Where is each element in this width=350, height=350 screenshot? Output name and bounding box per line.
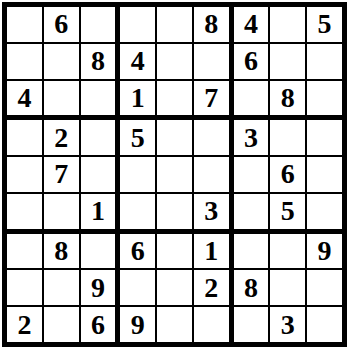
cell-r2c8[interactable] <box>270 44 305 79</box>
cell-r8c9[interactable] <box>307 270 342 305</box>
cell-r5c5[interactable] <box>157 157 192 192</box>
cell-r4c1[interactable] <box>7 120 42 155</box>
cell-r3c3[interactable] <box>81 81 116 116</box>
box-r3c3: 983 <box>234 234 342 342</box>
sudoku-board: 684841745682715336589266129983 <box>2 2 347 347</box>
cell-r5c9[interactable] <box>307 157 342 192</box>
cell-r7c3[interactable] <box>81 234 116 269</box>
cell-r1c2: 6 <box>44 7 79 42</box>
cell-r1c4[interactable] <box>120 7 155 42</box>
cell-r7c6: 1 <box>194 234 229 269</box>
cell-r9c1: 2 <box>7 307 42 342</box>
cell-r7c5[interactable] <box>157 234 192 269</box>
cell-r9c7[interactable] <box>234 307 269 342</box>
cell-r5c4[interactable] <box>120 157 155 192</box>
cell-r9c3: 6 <box>81 307 116 342</box>
cell-r5c8: 6 <box>270 157 305 192</box>
cell-r4c4: 5 <box>120 120 155 155</box>
cell-r3c9[interactable] <box>307 81 342 116</box>
cell-r6c2[interactable] <box>44 194 79 229</box>
cell-r9c6[interactable] <box>194 307 229 342</box>
cell-r8c6: 2 <box>194 270 229 305</box>
cell-r3c4: 1 <box>120 81 155 116</box>
cell-r6c8: 5 <box>270 194 305 229</box>
cell-r9c9[interactable] <box>307 307 342 342</box>
cell-r3c1: 4 <box>7 81 42 116</box>
cell-r7c2: 8 <box>44 234 79 269</box>
cell-r4c7: 3 <box>234 120 269 155</box>
cell-r2c2[interactable] <box>44 44 79 79</box>
cell-r4c5[interactable] <box>157 120 192 155</box>
cell-r5c1[interactable] <box>7 157 42 192</box>
cell-r5c6[interactable] <box>194 157 229 192</box>
cell-r2c9[interactable] <box>307 44 342 79</box>
cell-r7c1[interactable] <box>7 234 42 269</box>
cell-r7c4: 6 <box>120 234 155 269</box>
cell-r1c7: 4 <box>234 7 269 42</box>
cell-r7c8[interactable] <box>270 234 305 269</box>
cell-r3c5[interactable] <box>157 81 192 116</box>
cell-r8c5[interactable] <box>157 270 192 305</box>
cell-r8c1[interactable] <box>7 270 42 305</box>
cell-r6c5[interactable] <box>157 194 192 229</box>
cell-r2c4: 4 <box>120 44 155 79</box>
cell-r2c7: 6 <box>234 44 269 79</box>
cell-r1c5[interactable] <box>157 7 192 42</box>
cell-r6c4[interactable] <box>120 194 155 229</box>
cell-r9c5[interactable] <box>157 307 192 342</box>
cell-r1c9: 5 <box>307 7 342 42</box>
cell-r7c7[interactable] <box>234 234 269 269</box>
cell-r6c6: 3 <box>194 194 229 229</box>
cell-r6c1[interactable] <box>7 194 42 229</box>
cell-r2c6[interactable] <box>194 44 229 79</box>
cell-r6c3: 1 <box>81 194 116 229</box>
cell-r4c9[interactable] <box>307 120 342 155</box>
box-r3c2: 6129 <box>120 234 228 342</box>
cell-r7c9: 9 <box>307 234 342 269</box>
box-r2c2: 53 <box>120 120 228 228</box>
cell-r8c8[interactable] <box>270 270 305 305</box>
box-r1c2: 8417 <box>120 7 228 115</box>
cell-r8c3: 9 <box>81 270 116 305</box>
cell-r4c3[interactable] <box>81 120 116 155</box>
box-r2c3: 365 <box>234 120 342 228</box>
cell-r2c3: 8 <box>81 44 116 79</box>
cell-r4c2: 2 <box>44 120 79 155</box>
cell-r3c7[interactable] <box>234 81 269 116</box>
cell-r2c5[interactable] <box>157 44 192 79</box>
box-r1c3: 4568 <box>234 7 342 115</box>
cell-r9c8: 3 <box>270 307 305 342</box>
cell-r1c3[interactable] <box>81 7 116 42</box>
cell-r1c1[interactable] <box>7 7 42 42</box>
cell-r1c6: 8 <box>194 7 229 42</box>
cell-r3c8: 8 <box>270 81 305 116</box>
cell-r6c7[interactable] <box>234 194 269 229</box>
box-r3c1: 8926 <box>7 234 115 342</box>
box-r2c1: 271 <box>7 120 115 228</box>
cell-r5c3[interactable] <box>81 157 116 192</box>
cell-r9c4: 9 <box>120 307 155 342</box>
cell-r3c6: 7 <box>194 81 229 116</box>
cell-r5c2: 7 <box>44 157 79 192</box>
cell-r8c4[interactable] <box>120 270 155 305</box>
cell-r5c7[interactable] <box>234 157 269 192</box>
cell-r9c2[interactable] <box>44 307 79 342</box>
cell-r4c6[interactable] <box>194 120 229 155</box>
box-r1c1: 684 <box>7 7 115 115</box>
cell-r2c1[interactable] <box>7 44 42 79</box>
cell-r4c8[interactable] <box>270 120 305 155</box>
cell-r6c9[interactable] <box>307 194 342 229</box>
cell-r8c7: 8 <box>234 270 269 305</box>
cell-r1c8[interactable] <box>270 7 305 42</box>
cell-r3c2[interactable] <box>44 81 79 116</box>
cell-r8c2[interactable] <box>44 270 79 305</box>
